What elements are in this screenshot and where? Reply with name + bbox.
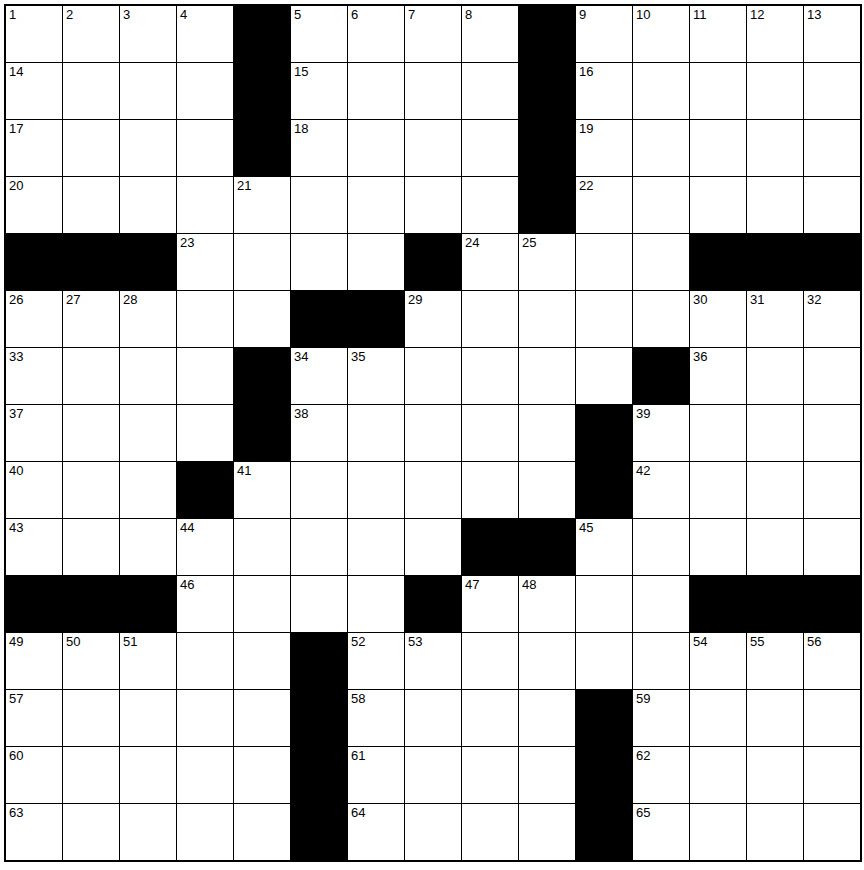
white-cell-r4c2[interactable] bbox=[63, 177, 119, 233]
white-cell-r4c9[interactable] bbox=[462, 177, 518, 233]
white-cell-r3c1[interactable]: 17 bbox=[6, 120, 62, 176]
white-cell-r3c15[interactable] bbox=[804, 120, 860, 176]
white-cell-r2c15[interactable] bbox=[804, 63, 860, 119]
white-cell-r11c9[interactable]: 47 bbox=[462, 576, 518, 632]
white-cell-r7c9[interactable] bbox=[462, 348, 518, 404]
clue-number-52: 52 bbox=[351, 634, 365, 649]
clue-number-40: 40 bbox=[9, 463, 23, 478]
black-cell-r5c8 bbox=[405, 234, 461, 290]
white-cell-r4c1[interactable]: 20 bbox=[6, 177, 62, 233]
white-cell-r15c15[interactable] bbox=[804, 804, 860, 860]
clue-number-44: 44 bbox=[180, 520, 194, 535]
white-cell-r15c13[interactable] bbox=[690, 804, 746, 860]
white-cell-r10c11[interactable]: 45 bbox=[576, 519, 632, 575]
white-cell-r14c1[interactable]: 60 bbox=[6, 747, 62, 803]
white-cell-r8c7[interactable] bbox=[348, 405, 404, 461]
white-cell-r4c6[interactable] bbox=[291, 177, 347, 233]
white-cell-r1c14[interactable]: 12 bbox=[747, 6, 803, 62]
clue-number-61: 61 bbox=[351, 748, 365, 763]
white-cell-r7c8[interactable] bbox=[405, 348, 461, 404]
white-cell-r5c6[interactable] bbox=[291, 234, 347, 290]
white-cell-r10c12[interactable] bbox=[633, 519, 689, 575]
white-cell-r3c12[interactable] bbox=[633, 120, 689, 176]
white-cell-r8c15[interactable] bbox=[804, 405, 860, 461]
white-cell-r1c7[interactable]: 6 bbox=[348, 6, 404, 62]
clue-number-9: 9 bbox=[579, 7, 586, 22]
clue-number-58: 58 bbox=[351, 691, 365, 706]
white-cell-r7c4[interactable] bbox=[177, 348, 233, 404]
white-cell-r14c12[interactable]: 62 bbox=[633, 747, 689, 803]
white-cell-r8c10[interactable] bbox=[519, 405, 575, 461]
white-cell-r3c13[interactable] bbox=[690, 120, 746, 176]
white-cell-r10c6[interactable] bbox=[291, 519, 347, 575]
clue-number-20: 20 bbox=[9, 178, 23, 193]
white-cell-r1c15[interactable]: 13 bbox=[804, 6, 860, 62]
white-cell-r10c4[interactable]: 44 bbox=[177, 519, 233, 575]
white-cell-r7c2[interactable] bbox=[63, 348, 119, 404]
white-cell-r3c9[interactable] bbox=[462, 120, 518, 176]
white-cell-r12c11[interactable] bbox=[576, 633, 632, 689]
clue-number-2: 2 bbox=[66, 7, 73, 22]
white-cell-r1c4[interactable]: 4 bbox=[177, 6, 233, 62]
clue-number-35: 35 bbox=[351, 349, 365, 364]
clue-number-22: 22 bbox=[579, 178, 593, 193]
white-cell-r15c14[interactable] bbox=[747, 804, 803, 860]
white-cell-r5c9[interactable]: 24 bbox=[462, 234, 518, 290]
clue-number-59: 59 bbox=[636, 691, 650, 706]
white-cell-r12c2[interactable]: 50 bbox=[63, 633, 119, 689]
white-cell-r2c9[interactable] bbox=[462, 63, 518, 119]
clue-number-18: 18 bbox=[294, 121, 308, 136]
white-cell-r9c1[interactable]: 40 bbox=[6, 462, 62, 518]
clue-number-5: 5 bbox=[294, 7, 301, 22]
clue-number-4: 4 bbox=[180, 7, 187, 22]
white-cell-r15c5[interactable] bbox=[234, 804, 290, 860]
black-cell-r13c11 bbox=[576, 690, 632, 746]
clue-number-42: 42 bbox=[636, 463, 650, 478]
white-cell-r3c14[interactable] bbox=[747, 120, 803, 176]
black-cell-r15c11 bbox=[576, 804, 632, 860]
clue-number-39: 39 bbox=[636, 406, 650, 421]
white-cell-r4c8[interactable] bbox=[405, 177, 461, 233]
white-cell-r7c7[interactable]: 35 bbox=[348, 348, 404, 404]
clue-number-41: 41 bbox=[237, 463, 251, 478]
clue-number-64: 64 bbox=[351, 805, 365, 820]
clue-number-1: 1 bbox=[9, 7, 16, 22]
clue-number-50: 50 bbox=[66, 634, 80, 649]
clue-number-27: 27 bbox=[66, 292, 80, 307]
white-cell-r15c8[interactable] bbox=[405, 804, 461, 860]
black-cell-r4c10 bbox=[519, 177, 575, 233]
clue-number-26: 26 bbox=[9, 292, 23, 307]
white-cell-r13c4[interactable] bbox=[177, 690, 233, 746]
white-cell-r4c12[interactable] bbox=[633, 177, 689, 233]
white-cell-r7c6[interactable]: 34 bbox=[291, 348, 347, 404]
clue-number-31: 31 bbox=[750, 292, 764, 307]
clue-number-53: 53 bbox=[408, 634, 422, 649]
white-cell-r8c6[interactable]: 38 bbox=[291, 405, 347, 461]
white-cell-r6c9[interactable] bbox=[462, 291, 518, 347]
black-cell-r5c3 bbox=[120, 234, 176, 290]
clue-number-19: 19 bbox=[579, 121, 593, 136]
white-cell-r5c5[interactable] bbox=[234, 234, 290, 290]
white-cell-r9c8[interactable] bbox=[405, 462, 461, 518]
clue-number-21: 21 bbox=[237, 178, 251, 193]
white-cell-r4c4[interactable] bbox=[177, 177, 233, 233]
white-cell-r12c1[interactable]: 49 bbox=[6, 633, 62, 689]
white-cell-r2c8[interactable] bbox=[405, 63, 461, 119]
white-cell-r8c12[interactable]: 39 bbox=[633, 405, 689, 461]
clue-number-8: 8 bbox=[465, 7, 472, 22]
white-cell-r11c6[interactable] bbox=[291, 576, 347, 632]
clue-number-14: 14 bbox=[9, 64, 23, 79]
white-cell-r8c13[interactable] bbox=[690, 405, 746, 461]
black-cell-r7c12 bbox=[633, 348, 689, 404]
black-cell-r11c2 bbox=[63, 576, 119, 632]
white-cell-r13c7[interactable]: 58 bbox=[348, 690, 404, 746]
white-cell-r6c14[interactable]: 31 bbox=[747, 291, 803, 347]
white-cell-r2c14[interactable] bbox=[747, 63, 803, 119]
white-cell-r6c3[interactable]: 28 bbox=[120, 291, 176, 347]
clue-number-15: 15 bbox=[294, 64, 308, 79]
white-cell-r10c5[interactable] bbox=[234, 519, 290, 575]
white-cell-r10c3[interactable] bbox=[120, 519, 176, 575]
clue-number-3: 3 bbox=[123, 7, 130, 22]
white-cell-r11c12[interactable] bbox=[633, 576, 689, 632]
white-cell-r3c6[interactable]: 18 bbox=[291, 120, 347, 176]
white-cell-r6c13[interactable]: 30 bbox=[690, 291, 746, 347]
white-cell-r14c15[interactable] bbox=[804, 747, 860, 803]
black-cell-r10c10 bbox=[519, 519, 575, 575]
white-cell-r7c13[interactable]: 36 bbox=[690, 348, 746, 404]
white-cell-r4c5[interactable]: 21 bbox=[234, 177, 290, 233]
white-cell-r12c5[interactable] bbox=[234, 633, 290, 689]
white-cell-r13c8[interactable] bbox=[405, 690, 461, 746]
clue-number-65: 65 bbox=[636, 805, 650, 820]
white-cell-r14c14[interactable] bbox=[747, 747, 803, 803]
white-cell-r4c7[interactable] bbox=[348, 177, 404, 233]
white-cell-r3c11[interactable]: 19 bbox=[576, 120, 632, 176]
white-cell-r4c14[interactable] bbox=[747, 177, 803, 233]
black-cell-r9c11 bbox=[576, 462, 632, 518]
white-cell-r4c13[interactable] bbox=[690, 177, 746, 233]
white-cell-r6c8[interactable]: 29 bbox=[405, 291, 461, 347]
black-cell-r11c13 bbox=[690, 576, 746, 632]
white-cell-r7c11[interactable] bbox=[576, 348, 632, 404]
white-cell-r1c8[interactable]: 7 bbox=[405, 6, 461, 62]
white-cell-r1c12[interactable]: 10 bbox=[633, 6, 689, 62]
white-cell-r12c7[interactable]: 52 bbox=[348, 633, 404, 689]
white-cell-r2c12[interactable] bbox=[633, 63, 689, 119]
black-cell-r8c5 bbox=[234, 405, 290, 461]
crossword-page: 1234567891011121314151617181920212223242… bbox=[0, 0, 864, 862]
white-cell-r6c1[interactable]: 26 bbox=[6, 291, 62, 347]
white-cell-r13c14[interactable] bbox=[747, 690, 803, 746]
clue-number-56: 56 bbox=[807, 634, 821, 649]
clue-number-17: 17 bbox=[9, 121, 23, 136]
white-cell-r7c14[interactable] bbox=[747, 348, 803, 404]
white-cell-r11c7[interactable] bbox=[348, 576, 404, 632]
white-cell-r14c5[interactable] bbox=[234, 747, 290, 803]
white-cell-r8c2[interactable] bbox=[63, 405, 119, 461]
white-cell-r2c6[interactable]: 15 bbox=[291, 63, 347, 119]
white-cell-r12c4[interactable] bbox=[177, 633, 233, 689]
clue-number-62: 62 bbox=[636, 748, 650, 763]
clue-number-55: 55 bbox=[750, 634, 764, 649]
white-cell-r12c12[interactable] bbox=[633, 633, 689, 689]
white-cell-r14c8[interactable] bbox=[405, 747, 461, 803]
white-cell-r6c5[interactable] bbox=[234, 291, 290, 347]
white-cell-r8c9[interactable] bbox=[462, 405, 518, 461]
white-cell-r11c4[interactable]: 46 bbox=[177, 576, 233, 632]
clue-number-24: 24 bbox=[465, 235, 479, 250]
white-cell-r6c4[interactable] bbox=[177, 291, 233, 347]
white-cell-r14c3[interactable] bbox=[120, 747, 176, 803]
white-cell-r2c7[interactable] bbox=[348, 63, 404, 119]
white-cell-r9c15[interactable] bbox=[804, 462, 860, 518]
white-cell-r15c3[interactable] bbox=[120, 804, 176, 860]
white-cell-r9c7[interactable] bbox=[348, 462, 404, 518]
white-cell-r9c9[interactable] bbox=[462, 462, 518, 518]
white-cell-r13c10[interactable] bbox=[519, 690, 575, 746]
white-cell-r8c1[interactable]: 37 bbox=[6, 405, 62, 461]
white-cell-r11c10[interactable]: 48 bbox=[519, 576, 575, 632]
clue-number-54: 54 bbox=[693, 634, 707, 649]
clue-number-45: 45 bbox=[579, 520, 593, 535]
clue-number-25: 25 bbox=[522, 235, 536, 250]
white-cell-r3c8[interactable] bbox=[405, 120, 461, 176]
black-cell-r9c4 bbox=[177, 462, 233, 518]
white-cell-r10c2[interactable] bbox=[63, 519, 119, 575]
clue-number-29: 29 bbox=[408, 292, 422, 307]
black-cell-r11c14 bbox=[747, 576, 803, 632]
black-cell-r14c6 bbox=[291, 747, 347, 803]
black-cell-r10c9 bbox=[462, 519, 518, 575]
white-cell-r5c7[interactable] bbox=[348, 234, 404, 290]
white-cell-r10c13[interactable] bbox=[690, 519, 746, 575]
white-cell-r13c12[interactable]: 59 bbox=[633, 690, 689, 746]
black-cell-r14c11 bbox=[576, 747, 632, 803]
white-cell-r6c10[interactable] bbox=[519, 291, 575, 347]
white-cell-r9c12[interactable]: 42 bbox=[633, 462, 689, 518]
white-cell-r1c6[interactable]: 5 bbox=[291, 6, 347, 62]
white-cell-r3c7[interactable] bbox=[348, 120, 404, 176]
white-cell-r5c4[interactable]: 23 bbox=[177, 234, 233, 290]
white-cell-r13c5[interactable] bbox=[234, 690, 290, 746]
white-cell-r10c14[interactable] bbox=[747, 519, 803, 575]
clue-number-7: 7 bbox=[408, 7, 415, 22]
black-cell-r12c6 bbox=[291, 633, 347, 689]
white-cell-r7c10[interactable] bbox=[519, 348, 575, 404]
white-cell-r4c11[interactable]: 22 bbox=[576, 177, 632, 233]
black-cell-r6c6 bbox=[291, 291, 347, 347]
white-cell-r1c9[interactable]: 8 bbox=[462, 6, 518, 62]
white-cell-r1c1[interactable]: 1 bbox=[6, 6, 62, 62]
white-cell-r15c4[interactable] bbox=[177, 804, 233, 860]
white-cell-r1c3[interactable]: 3 bbox=[120, 6, 176, 62]
clue-number-16: 16 bbox=[579, 64, 593, 79]
white-cell-r12c8[interactable]: 53 bbox=[405, 633, 461, 689]
white-cell-r13c9[interactable] bbox=[462, 690, 518, 746]
black-cell-r13c6 bbox=[291, 690, 347, 746]
black-cell-r6c7 bbox=[348, 291, 404, 347]
clue-number-36: 36 bbox=[693, 349, 707, 364]
clue-number-49: 49 bbox=[9, 634, 23, 649]
clue-number-51: 51 bbox=[123, 634, 137, 649]
white-cell-r15c2[interactable] bbox=[63, 804, 119, 860]
white-cell-r2c4[interactable] bbox=[177, 63, 233, 119]
white-cell-r14c13[interactable] bbox=[690, 747, 746, 803]
white-cell-r8c4[interactable] bbox=[177, 405, 233, 461]
white-cell-r6c11[interactable] bbox=[576, 291, 632, 347]
white-cell-r15c7[interactable]: 64 bbox=[348, 804, 404, 860]
clue-number-37: 37 bbox=[9, 406, 23, 421]
black-cell-r1c5 bbox=[234, 6, 290, 62]
white-cell-r12c14[interactable]: 55 bbox=[747, 633, 803, 689]
white-cell-r5c11[interactable] bbox=[576, 234, 632, 290]
white-cell-r1c13[interactable]: 11 bbox=[690, 6, 746, 62]
white-cell-r9c2[interactable] bbox=[63, 462, 119, 518]
white-cell-r2c2[interactable] bbox=[63, 63, 119, 119]
white-cell-r12c9[interactable] bbox=[462, 633, 518, 689]
white-cell-r14c7[interactable]: 61 bbox=[348, 747, 404, 803]
black-cell-r7c5 bbox=[234, 348, 290, 404]
black-cell-r15c6 bbox=[291, 804, 347, 860]
white-cell-r13c1[interactable]: 57 bbox=[6, 690, 62, 746]
white-cell-r8c14[interactable] bbox=[747, 405, 803, 461]
white-cell-r3c3[interactable] bbox=[120, 120, 176, 176]
clue-number-46: 46 bbox=[180, 577, 194, 592]
crossword-board: 1234567891011121314151617181920212223242… bbox=[4, 4, 862, 862]
white-cell-r10c1[interactable]: 43 bbox=[6, 519, 62, 575]
clue-number-28: 28 bbox=[123, 292, 137, 307]
white-cell-r9c13[interactable] bbox=[690, 462, 746, 518]
white-cell-r1c2[interactable]: 2 bbox=[63, 6, 119, 62]
clue-number-60: 60 bbox=[9, 748, 23, 763]
white-cell-r14c10[interactable] bbox=[519, 747, 575, 803]
white-cell-r15c9[interactable] bbox=[462, 804, 518, 860]
clue-number-63: 63 bbox=[9, 805, 23, 820]
black-cell-r5c15 bbox=[804, 234, 860, 290]
clue-number-48: 48 bbox=[522, 577, 536, 592]
white-cell-r15c1[interactable]: 63 bbox=[6, 804, 62, 860]
black-cell-r2c10 bbox=[519, 63, 575, 119]
clue-number-32: 32 bbox=[807, 292, 821, 307]
clue-number-33: 33 bbox=[9, 349, 23, 364]
white-cell-r6c2[interactable]: 27 bbox=[63, 291, 119, 347]
white-cell-r11c5[interactable] bbox=[234, 576, 290, 632]
white-cell-r1c11[interactable]: 9 bbox=[576, 6, 632, 62]
white-cell-r14c9[interactable] bbox=[462, 747, 518, 803]
black-cell-r11c8 bbox=[405, 576, 461, 632]
black-cell-r11c3 bbox=[120, 576, 176, 632]
white-cell-r3c4[interactable] bbox=[177, 120, 233, 176]
black-cell-r2c5 bbox=[234, 63, 290, 119]
clue-number-57: 57 bbox=[9, 691, 23, 706]
clue-number-38: 38 bbox=[294, 406, 308, 421]
white-cell-r12c13[interactable]: 54 bbox=[690, 633, 746, 689]
white-cell-r2c11[interactable]: 16 bbox=[576, 63, 632, 119]
white-cell-r10c8[interactable] bbox=[405, 519, 461, 575]
black-cell-r11c15 bbox=[804, 576, 860, 632]
black-cell-r3c10 bbox=[519, 120, 575, 176]
white-cell-r5c10[interactable]: 25 bbox=[519, 234, 575, 290]
white-cell-r7c3[interactable] bbox=[120, 348, 176, 404]
white-cell-r7c15[interactable] bbox=[804, 348, 860, 404]
black-cell-r8c11 bbox=[576, 405, 632, 461]
white-cell-r8c8[interactable] bbox=[405, 405, 461, 461]
black-cell-r5c2 bbox=[63, 234, 119, 290]
white-cell-r9c3[interactable] bbox=[120, 462, 176, 518]
clue-number-47: 47 bbox=[465, 577, 479, 592]
white-cell-r10c15[interactable] bbox=[804, 519, 860, 575]
white-cell-r9c5[interactable]: 41 bbox=[234, 462, 290, 518]
white-cell-r14c2[interactable] bbox=[63, 747, 119, 803]
white-cell-r2c13[interactable] bbox=[690, 63, 746, 119]
black-cell-r11c1 bbox=[6, 576, 62, 632]
white-cell-r8c3[interactable] bbox=[120, 405, 176, 461]
white-cell-r13c3[interactable] bbox=[120, 690, 176, 746]
white-cell-r4c15[interactable] bbox=[804, 177, 860, 233]
white-cell-r12c10[interactable] bbox=[519, 633, 575, 689]
black-cell-r1c10 bbox=[519, 6, 575, 62]
white-cell-r9c14[interactable] bbox=[747, 462, 803, 518]
black-cell-r5c14 bbox=[747, 234, 803, 290]
white-cell-r13c13[interactable] bbox=[690, 690, 746, 746]
white-cell-r6c15[interactable]: 32 bbox=[804, 291, 860, 347]
clue-number-34: 34 bbox=[294, 349, 308, 364]
white-cell-r14c4[interactable] bbox=[177, 747, 233, 803]
white-cell-r12c3[interactable]: 51 bbox=[120, 633, 176, 689]
clue-number-6: 6 bbox=[351, 7, 358, 22]
clue-number-12: 12 bbox=[750, 7, 764, 22]
black-cell-r3c5 bbox=[234, 120, 290, 176]
clue-number-43: 43 bbox=[9, 520, 23, 535]
clue-number-10: 10 bbox=[636, 7, 650, 22]
clue-number-13: 13 bbox=[807, 7, 821, 22]
white-cell-r7c1[interactable]: 33 bbox=[6, 348, 62, 404]
black-cell-r5c13 bbox=[690, 234, 746, 290]
white-cell-r2c3[interactable] bbox=[120, 63, 176, 119]
white-cell-r13c2[interactable] bbox=[63, 690, 119, 746]
white-cell-r6c12[interactable] bbox=[633, 291, 689, 347]
white-cell-r12c15[interactable]: 56 bbox=[804, 633, 860, 689]
white-cell-r2c1[interactable]: 14 bbox=[6, 63, 62, 119]
white-cell-r9c10[interactable] bbox=[519, 462, 575, 518]
white-cell-r4c3[interactable] bbox=[120, 177, 176, 233]
white-cell-r10c7[interactable] bbox=[348, 519, 404, 575]
white-cell-r15c10[interactable] bbox=[519, 804, 575, 860]
white-cell-r5c12[interactable] bbox=[633, 234, 689, 290]
clue-number-30: 30 bbox=[693, 292, 707, 307]
white-cell-r9c6[interactable] bbox=[291, 462, 347, 518]
white-cell-r15c12[interactable]: 65 bbox=[633, 804, 689, 860]
clue-number-23: 23 bbox=[180, 235, 194, 250]
white-cell-r3c2[interactable] bbox=[63, 120, 119, 176]
white-cell-r11c11[interactable] bbox=[576, 576, 632, 632]
clue-number-11: 11 bbox=[693, 7, 707, 22]
black-cell-r5c1 bbox=[6, 234, 62, 290]
white-cell-r13c15[interactable] bbox=[804, 690, 860, 746]
